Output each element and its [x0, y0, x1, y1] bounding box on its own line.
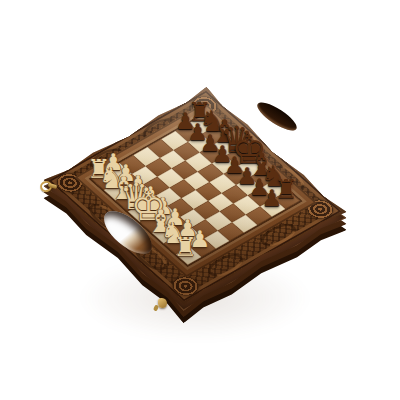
- piece-white-rook-h1[interactable]: ♜: [163, 233, 207, 259]
- product-photo-scene: ♜♞♝♛♚♝♞♜♟♟♟♟♟♟♟♟♟♟♟♟♟♟♟♟♜♞♝♛♚♝♞♜: [0, 0, 400, 400]
- piece-cell-h1: ♜: [175, 248, 202, 267]
- brass-latch-front: [158, 298, 167, 308]
